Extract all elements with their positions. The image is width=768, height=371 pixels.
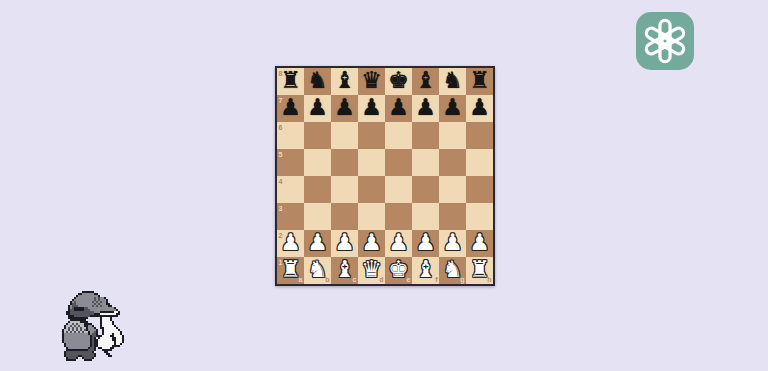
square-b4[interactable]	[304, 176, 331, 203]
square-b1[interactable]: b♞	[304, 257, 331, 284]
square-g3[interactable]	[439, 203, 466, 230]
black-pawn-b7[interactable]: ♟	[304, 94, 331, 121]
white-pawn-d2[interactable]: ♟	[358, 229, 385, 256]
square-a1[interactable]: 1a♜	[277, 257, 304, 284]
square-d5[interactable]	[358, 149, 385, 176]
square-e1[interactable]: e♚	[385, 257, 412, 284]
black-pawn-g7[interactable]: ♟	[439, 94, 466, 121]
square-a6[interactable]: 6	[277, 122, 304, 149]
square-f7[interactable]: ♟	[412, 95, 439, 122]
white-bishop-c1[interactable]: ♝	[331, 256, 358, 283]
square-e4[interactable]	[385, 176, 412, 203]
black-rook-h8[interactable]: ♜	[466, 67, 493, 94]
black-pawn-f7[interactable]: ♟	[412, 94, 439, 121]
square-g5[interactable]	[439, 149, 466, 176]
square-h3[interactable]	[466, 203, 493, 230]
square-h6[interactable]	[466, 122, 493, 149]
black-pawn-c7[interactable]: ♟	[331, 94, 358, 121]
square-b2[interactable]: ♟	[304, 230, 331, 257]
chess-board-frame: 8♜♞♝♛♚♝♞♜7♟♟♟♟♟♟♟♟65432♟♟♟♟♟♟♟♟1a♜b♞c♝d♛…	[275, 66, 495, 286]
square-f6[interactable]	[412, 122, 439, 149]
square-b3[interactable]	[304, 203, 331, 230]
black-knight-g8[interactable]: ♞	[439, 67, 466, 94]
black-king-e8[interactable]: ♚	[385, 67, 412, 94]
square-c1[interactable]: c♝	[331, 257, 358, 284]
square-d4[interactable]	[358, 176, 385, 203]
white-king-e1[interactable]: ♚	[385, 256, 412, 283]
rank-label-6: 6	[279, 124, 283, 131]
white-pawn-f2[interactable]: ♟	[412, 229, 439, 256]
pokemon-trainer-sprite	[62, 291, 124, 361]
square-a5[interactable]: 5	[277, 149, 304, 176]
square-b8[interactable]: ♞	[304, 68, 331, 95]
square-a8[interactable]: 8♜	[277, 68, 304, 95]
white-knight-g1[interactable]: ♞	[439, 256, 466, 283]
square-c2[interactable]: ♟	[331, 230, 358, 257]
square-h4[interactable]	[466, 176, 493, 203]
square-c8[interactable]: ♝	[331, 68, 358, 95]
square-g1[interactable]: g♞	[439, 257, 466, 284]
white-queen-d1[interactable]: ♛	[358, 256, 385, 283]
square-g6[interactable]	[439, 122, 466, 149]
square-b6[interactable]	[304, 122, 331, 149]
square-d3[interactable]	[358, 203, 385, 230]
square-d1[interactable]: d♛	[358, 257, 385, 284]
white-bishop-f1[interactable]: ♝	[412, 256, 439, 283]
square-c7[interactable]: ♟	[331, 95, 358, 122]
square-c3[interactable]	[331, 203, 358, 230]
black-pawn-d7[interactable]: ♟	[358, 94, 385, 121]
square-f3[interactable]	[412, 203, 439, 230]
square-d8[interactable]: ♛	[358, 68, 385, 95]
chess-board[interactable]: 8♜♞♝♛♚♝♞♜7♟♟♟♟♟♟♟♟65432♟♟♟♟♟♟♟♟1a♜b♞c♝d♛…	[277, 68, 493, 284]
square-c6[interactable]	[331, 122, 358, 149]
rank-label-5: 5	[279, 151, 283, 158]
square-e6[interactable]	[385, 122, 412, 149]
black-pawn-e7[interactable]: ♟	[385, 94, 412, 121]
square-h8[interactable]: ♜	[466, 68, 493, 95]
white-rook-a1[interactable]: ♜	[277, 256, 304, 283]
square-g4[interactable]	[439, 176, 466, 203]
rank-label-3: 3	[279, 205, 283, 212]
square-f2[interactable]: ♟	[412, 230, 439, 257]
square-f4[interactable]	[412, 176, 439, 203]
square-e5[interactable]	[385, 149, 412, 176]
square-a2[interactable]: 2♟	[277, 230, 304, 257]
square-e7[interactable]: ♟	[385, 95, 412, 122]
square-a7[interactable]: 7♟	[277, 95, 304, 122]
square-c5[interactable]	[331, 149, 358, 176]
square-c4[interactable]	[331, 176, 358, 203]
square-g7[interactable]: ♟	[439, 95, 466, 122]
white-pawn-e2[interactable]: ♟	[385, 229, 412, 256]
chatgpt-logo	[636, 12, 694, 70]
square-h7[interactable]: ♟	[466, 95, 493, 122]
square-h1[interactable]: h♜	[466, 257, 493, 284]
black-bishop-c8[interactable]: ♝	[331, 67, 358, 94]
white-knight-b1[interactable]: ♞	[304, 256, 331, 283]
square-a4[interactable]: 4	[277, 176, 304, 203]
square-g8[interactable]: ♞	[439, 68, 466, 95]
page-background: 8♜♞♝♛♚♝♞♜7♟♟♟♟♟♟♟♟65432♟♟♟♟♟♟♟♟1a♜b♞c♝d♛…	[0, 0, 768, 371]
square-h2[interactable]: ♟	[466, 230, 493, 257]
square-d6[interactable]	[358, 122, 385, 149]
square-f8[interactable]: ♝	[412, 68, 439, 95]
square-f5[interactable]	[412, 149, 439, 176]
square-b7[interactable]: ♟	[304, 95, 331, 122]
black-queen-d8[interactable]: ♛	[358, 67, 385, 94]
white-pawn-g2[interactable]: ♟	[439, 229, 466, 256]
black-rook-a8[interactable]: ♜	[277, 67, 304, 94]
openai-knot-icon	[642, 18, 688, 64]
white-pawn-a2[interactable]: ♟	[277, 229, 304, 256]
square-f1[interactable]: f♝	[412, 257, 439, 284]
white-pawn-c2[interactable]: ♟	[331, 229, 358, 256]
white-pawn-b2[interactable]: ♟	[304, 229, 331, 256]
square-e3[interactable]	[385, 203, 412, 230]
black-knight-b8[interactable]: ♞	[304, 67, 331, 94]
square-a3[interactable]: 3	[277, 203, 304, 230]
black-pawn-a7[interactable]: ♟	[277, 94, 304, 121]
white-pawn-h2[interactable]: ♟	[466, 229, 493, 256]
square-g2[interactable]: ♟	[439, 230, 466, 257]
square-e2[interactable]: ♟	[385, 230, 412, 257]
square-e8[interactable]: ♚	[385, 68, 412, 95]
square-b5[interactable]	[304, 149, 331, 176]
black-bishop-f8[interactable]: ♝	[412, 67, 439, 94]
square-h5[interactable]	[466, 149, 493, 176]
white-rook-h1[interactable]: ♜	[466, 256, 493, 283]
black-pawn-h7[interactable]: ♟	[466, 94, 493, 121]
square-d7[interactable]: ♟	[358, 95, 385, 122]
square-d2[interactable]: ♟	[358, 230, 385, 257]
rank-label-4: 4	[279, 178, 283, 185]
